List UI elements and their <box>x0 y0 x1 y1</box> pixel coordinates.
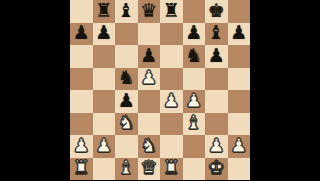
square-h1 <box>228 158 251 181</box>
square-e6 <box>160 45 183 68</box>
black-pawn: ♟ <box>73 23 90 42</box>
black-pawn: ♟ <box>118 91 135 110</box>
square-b6 <box>93 45 116 68</box>
square-f5 <box>183 68 206 91</box>
white-bishop: ♝ <box>118 158 135 177</box>
black-rook: ♜ <box>163 1 180 20</box>
white-pawn: ♟ <box>185 91 202 110</box>
white-rook: ♜ <box>163 158 180 177</box>
square-e3 <box>160 113 183 136</box>
square-e7 <box>160 23 183 46</box>
square-c4: ♟ <box>115 90 138 113</box>
black-pawn: ♟ <box>95 23 112 42</box>
square-g1: ♚ <box>205 158 228 181</box>
square-f6: ♞ <box>183 45 206 68</box>
white-pawn: ♟ <box>140 68 157 87</box>
square-a8 <box>70 0 93 23</box>
black-pawn: ♟ <box>185 23 202 42</box>
square-e1: ♜ <box>160 158 183 181</box>
square-c2 <box>115 135 138 158</box>
square-f7: ♟ <box>183 23 206 46</box>
white-pawn: ♟ <box>95 136 112 155</box>
square-h4 <box>228 90 251 113</box>
square-c1: ♝ <box>115 158 138 181</box>
square-b1 <box>93 158 116 181</box>
white-bishop: ♝ <box>185 113 202 132</box>
square-a5 <box>70 68 93 91</box>
square-c3: ♞ <box>115 113 138 136</box>
white-pawn: ♟ <box>208 136 225 155</box>
square-e4: ♟ <box>160 90 183 113</box>
white-knight: ♞ <box>140 136 157 155</box>
square-h8 <box>228 0 251 23</box>
square-e5 <box>160 68 183 91</box>
square-d1: ♛ <box>138 158 161 181</box>
letterbox-frame: ♜♝♛♜♚♟♟♟♝♟♟♞♟♞♟♟♟♟♞♝♟♟♞♟♟♜♝♛♜♚ <box>0 0 320 180</box>
white-queen: ♛ <box>140 158 157 177</box>
square-d3 <box>138 113 161 136</box>
square-b7: ♟ <box>93 23 116 46</box>
square-h5 <box>228 68 251 91</box>
white-rook: ♜ <box>73 158 90 177</box>
black-bishop: ♝ <box>208 23 225 42</box>
square-b5 <box>93 68 116 91</box>
white-pawn: ♟ <box>163 91 180 110</box>
black-bishop: ♝ <box>118 1 135 20</box>
square-d2: ♞ <box>138 135 161 158</box>
square-g3 <box>205 113 228 136</box>
square-c8: ♝ <box>115 0 138 23</box>
square-a4 <box>70 90 93 113</box>
square-h7: ♟ <box>228 23 251 46</box>
black-pawn: ♟ <box>140 46 157 65</box>
square-g7: ♝ <box>205 23 228 46</box>
square-a1: ♜ <box>70 158 93 181</box>
white-pawn: ♟ <box>73 136 90 155</box>
white-king: ♚ <box>208 158 225 177</box>
square-g6: ♟ <box>205 45 228 68</box>
square-c7 <box>115 23 138 46</box>
square-f3: ♝ <box>183 113 206 136</box>
square-d8: ♛ <box>138 0 161 23</box>
black-pawn: ♟ <box>230 23 247 42</box>
square-f1 <box>183 158 206 181</box>
black-pawn: ♟ <box>208 46 225 65</box>
square-e2 <box>160 135 183 158</box>
square-h3 <box>228 113 251 136</box>
square-a3 <box>70 113 93 136</box>
square-f4: ♟ <box>183 90 206 113</box>
square-d5: ♟ <box>138 68 161 91</box>
square-d6: ♟ <box>138 45 161 68</box>
square-a7: ♟ <box>70 23 93 46</box>
square-g8: ♚ <box>205 0 228 23</box>
square-g5 <box>205 68 228 91</box>
square-a2: ♟ <box>70 135 93 158</box>
black-knight: ♞ <box>118 68 135 87</box>
black-rook: ♜ <box>95 1 112 20</box>
square-f2 <box>183 135 206 158</box>
white-knight: ♞ <box>118 113 135 132</box>
square-b2: ♟ <box>93 135 116 158</box>
square-b3 <box>93 113 116 136</box>
square-c5: ♞ <box>115 68 138 91</box>
chess-board: ♜♝♛♜♚♟♟♟♝♟♟♞♟♞♟♟♟♟♞♝♟♟♞♟♟♜♝♛♜♚ <box>70 0 250 180</box>
square-e8: ♜ <box>160 0 183 23</box>
square-h6 <box>228 45 251 68</box>
square-b4 <box>93 90 116 113</box>
square-b8: ♜ <box>93 0 116 23</box>
square-h2: ♟ <box>228 135 251 158</box>
square-g2: ♟ <box>205 135 228 158</box>
black-queen: ♛ <box>140 1 157 20</box>
square-f8 <box>183 0 206 23</box>
square-d4 <box>138 90 161 113</box>
black-king: ♚ <box>208 1 225 20</box>
square-c6 <box>115 45 138 68</box>
square-g4 <box>205 90 228 113</box>
square-a6 <box>70 45 93 68</box>
black-knight: ♞ <box>185 46 202 65</box>
square-d7 <box>138 23 161 46</box>
white-pawn: ♟ <box>230 136 247 155</box>
